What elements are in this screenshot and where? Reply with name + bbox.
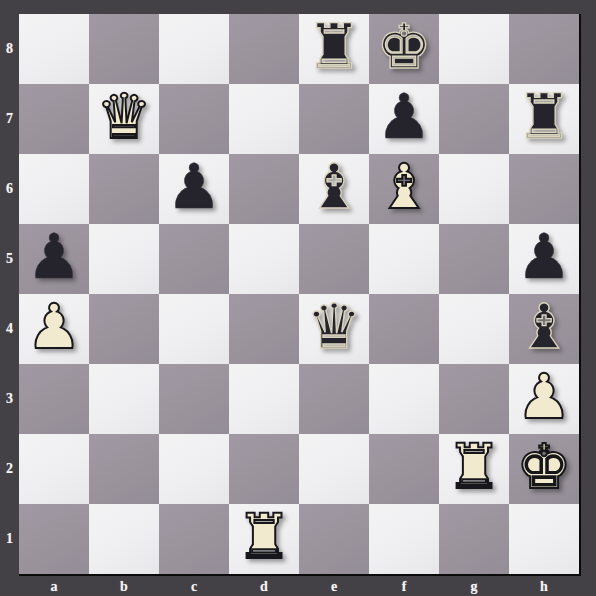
- square-a7[interactable]: [19, 84, 89, 154]
- white-bishop[interactable]: ♝: [376, 156, 432, 218]
- square-f7[interactable]: ♟: [369, 84, 439, 154]
- square-e6[interactable]: ♝: [299, 154, 369, 224]
- square-d2[interactable]: [229, 434, 299, 504]
- file-label-a: a: [19, 577, 89, 596]
- square-g4[interactable]: [439, 294, 509, 364]
- square-b1[interactable]: [89, 504, 159, 574]
- square-e1[interactable]: [299, 504, 369, 574]
- square-f4[interactable]: [369, 294, 439, 364]
- square-b6[interactable]: [89, 154, 159, 224]
- square-e8[interactable]: ♜: [299, 14, 369, 84]
- file-label-c: c: [159, 577, 229, 596]
- square-d8[interactable]: [229, 14, 299, 84]
- square-g7[interactable]: [439, 84, 509, 154]
- square-e5[interactable]: [299, 224, 369, 294]
- square-f5[interactable]: [369, 224, 439, 294]
- square-g8[interactable]: [439, 14, 509, 84]
- square-h7[interactable]: ♜: [509, 84, 579, 154]
- file-labels: abcdefgh: [19, 577, 579, 596]
- square-b4[interactable]: [89, 294, 159, 364]
- square-a2[interactable]: [19, 434, 89, 504]
- square-d6[interactable]: [229, 154, 299, 224]
- white-pawn[interactable]: ♟: [516, 366, 572, 428]
- file-label-f: f: [369, 577, 439, 596]
- black-rook[interactable]: ♜: [306, 16, 362, 78]
- black-bishop[interactable]: ♝: [306, 156, 362, 218]
- square-e2[interactable]: [299, 434, 369, 504]
- square-f1[interactable]: [369, 504, 439, 574]
- file-label-h: h: [509, 577, 579, 596]
- white-pawn[interactable]: ♟: [26, 296, 82, 358]
- white-queen[interactable]: ♛: [96, 86, 152, 148]
- white-rook[interactable]: ♜: [236, 506, 292, 568]
- square-b3[interactable]: [89, 364, 159, 434]
- square-a4[interactable]: ♟: [19, 294, 89, 364]
- file-label-d: d: [229, 577, 299, 596]
- square-d5[interactable]: [229, 224, 299, 294]
- square-g6[interactable]: [439, 154, 509, 224]
- square-c6[interactable]: ♟: [159, 154, 229, 224]
- black-pawn[interactable]: ♟: [166, 156, 222, 218]
- square-d1[interactable]: ♜: [229, 504, 299, 574]
- square-a5[interactable]: ♟: [19, 224, 89, 294]
- square-h1[interactable]: [509, 504, 579, 574]
- square-e4[interactable]: ♛: [299, 294, 369, 364]
- black-pawn[interactable]: ♟: [376, 86, 432, 148]
- board-frame: ♜♚♛♟♜♟♝♝♟♟♟♛♝♟♜♚♜ 87654321 abcdefgh: [0, 0, 596, 596]
- square-h4[interactable]: ♝: [509, 294, 579, 364]
- rank-label-4: 4: [0, 294, 19, 364]
- board: ♜♚♛♟♜♟♝♝♟♟♟♛♝♟♜♚♜: [19, 14, 581, 576]
- black-rook[interactable]: ♜: [516, 86, 572, 148]
- rank-label-3: 3: [0, 364, 19, 434]
- square-e7[interactable]: [299, 84, 369, 154]
- square-g3[interactable]: [439, 364, 509, 434]
- square-f6[interactable]: ♝: [369, 154, 439, 224]
- square-h3[interactable]: ♟: [509, 364, 579, 434]
- square-c8[interactable]: [159, 14, 229, 84]
- black-queen[interactable]: ♛: [306, 296, 362, 358]
- square-h5[interactable]: ♟: [509, 224, 579, 294]
- square-b2[interactable]: [89, 434, 159, 504]
- black-bishop[interactable]: ♝: [516, 296, 572, 358]
- square-g2[interactable]: ♜: [439, 434, 509, 504]
- square-b5[interactable]: [89, 224, 159, 294]
- square-g1[interactable]: [439, 504, 509, 574]
- square-d4[interactable]: [229, 294, 299, 364]
- square-b7[interactable]: ♛: [89, 84, 159, 154]
- square-c2[interactable]: [159, 434, 229, 504]
- square-c1[interactable]: [159, 504, 229, 574]
- rank-label-1: 1: [0, 504, 19, 574]
- square-d7[interactable]: [229, 84, 299, 154]
- square-h6[interactable]: [509, 154, 579, 224]
- file-label-g: g: [439, 577, 509, 596]
- square-c3[interactable]: [159, 364, 229, 434]
- square-h2[interactable]: ♚: [509, 434, 579, 504]
- rank-label-6: 6: [0, 154, 19, 224]
- square-f2[interactable]: [369, 434, 439, 504]
- square-a1[interactable]: [19, 504, 89, 574]
- square-g5[interactable]: [439, 224, 509, 294]
- rank-label-7: 7: [0, 84, 19, 154]
- square-h8[interactable]: [509, 14, 579, 84]
- square-c7[interactable]: [159, 84, 229, 154]
- square-a6[interactable]: [19, 154, 89, 224]
- black-pawn[interactable]: ♟: [516, 226, 572, 288]
- square-f8[interactable]: ♚: [369, 14, 439, 84]
- white-rook[interactable]: ♜: [446, 436, 502, 498]
- rank-label-8: 8: [0, 14, 19, 84]
- square-f3[interactable]: [369, 364, 439, 434]
- square-c5[interactable]: [159, 224, 229, 294]
- square-b8[interactable]: [89, 14, 159, 84]
- rank-label-5: 5: [0, 224, 19, 294]
- square-c4[interactable]: [159, 294, 229, 364]
- white-king[interactable]: ♚: [516, 436, 572, 498]
- square-e3[interactable]: [299, 364, 369, 434]
- square-a8[interactable]: [19, 14, 89, 84]
- rank-labels: 87654321: [0, 14, 19, 574]
- black-king[interactable]: ♚: [376, 16, 432, 78]
- file-label-e: e: [299, 577, 369, 596]
- square-d3[interactable]: [229, 364, 299, 434]
- square-a3[interactable]: [19, 364, 89, 434]
- black-pawn[interactable]: ♟: [26, 226, 82, 288]
- rank-label-2: 2: [0, 434, 19, 504]
- file-label-b: b: [89, 577, 159, 596]
